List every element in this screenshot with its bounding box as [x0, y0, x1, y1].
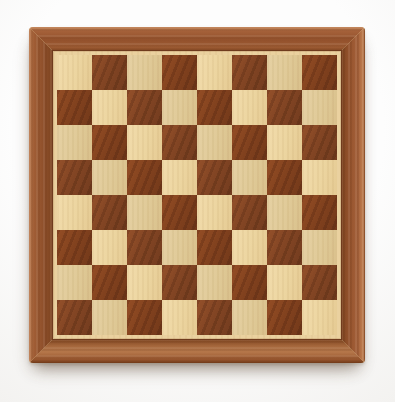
square-c8[interactable] [127, 55, 162, 90]
square-f6[interactable] [232, 125, 267, 160]
square-c2[interactable] [127, 265, 162, 300]
square-f1[interactable] [232, 300, 267, 335]
square-h8[interactable] [302, 55, 337, 90]
square-c5[interactable] [127, 160, 162, 195]
square-d2[interactable] [162, 265, 197, 300]
board-frame-bottom [29, 339, 365, 363]
square-a4[interactable] [57, 195, 92, 230]
board-frame-right [341, 27, 365, 363]
square-b4[interactable] [92, 195, 127, 230]
square-h2[interactable] [302, 265, 337, 300]
square-e7[interactable] [197, 90, 232, 125]
square-f5[interactable] [232, 160, 267, 195]
square-b5[interactable] [92, 160, 127, 195]
board-frame-top [29, 27, 365, 51]
square-f3[interactable] [232, 230, 267, 265]
square-e5[interactable] [197, 160, 232, 195]
square-g5[interactable] [267, 160, 302, 195]
square-a8[interactable] [57, 55, 92, 90]
square-h5[interactable] [302, 160, 337, 195]
square-h3[interactable] [302, 230, 337, 265]
chess-board [29, 27, 365, 363]
square-g6[interactable] [267, 125, 302, 160]
square-d8[interactable] [162, 55, 197, 90]
square-b6[interactable] [92, 125, 127, 160]
square-g8[interactable] [267, 55, 302, 90]
square-h6[interactable] [302, 125, 337, 160]
square-e2[interactable] [197, 265, 232, 300]
square-b1[interactable] [92, 300, 127, 335]
square-e3[interactable] [197, 230, 232, 265]
square-a3[interactable] [57, 230, 92, 265]
square-a7[interactable] [57, 90, 92, 125]
square-d5[interactable] [162, 160, 197, 195]
square-e6[interactable] [197, 125, 232, 160]
square-a1[interactable] [57, 300, 92, 335]
square-c1[interactable] [127, 300, 162, 335]
square-h7[interactable] [302, 90, 337, 125]
square-g7[interactable] [267, 90, 302, 125]
square-h4[interactable] [302, 195, 337, 230]
board-grid [57, 55, 337, 335]
square-c3[interactable] [127, 230, 162, 265]
square-f8[interactable] [232, 55, 267, 90]
square-g1[interactable] [267, 300, 302, 335]
square-b3[interactable] [92, 230, 127, 265]
square-f2[interactable] [232, 265, 267, 300]
square-h1[interactable] [302, 300, 337, 335]
square-b7[interactable] [92, 90, 127, 125]
board-frame-left [29, 27, 53, 363]
square-f4[interactable] [232, 195, 267, 230]
square-g4[interactable] [267, 195, 302, 230]
square-b2[interactable] [92, 265, 127, 300]
square-e8[interactable] [197, 55, 232, 90]
square-g3[interactable] [267, 230, 302, 265]
square-e4[interactable] [197, 195, 232, 230]
square-b8[interactable] [92, 55, 127, 90]
square-d1[interactable] [162, 300, 197, 335]
square-a5[interactable] [57, 160, 92, 195]
square-d7[interactable] [162, 90, 197, 125]
square-f7[interactable] [232, 90, 267, 125]
square-e1[interactable] [197, 300, 232, 335]
square-g2[interactable] [267, 265, 302, 300]
square-c4[interactable] [127, 195, 162, 230]
square-a6[interactable] [57, 125, 92, 160]
square-a2[interactable] [57, 265, 92, 300]
square-c7[interactable] [127, 90, 162, 125]
square-d4[interactable] [162, 195, 197, 230]
square-d6[interactable] [162, 125, 197, 160]
board-inner-margin [53, 51, 341, 339]
square-d3[interactable] [162, 230, 197, 265]
square-c6[interactable] [127, 125, 162, 160]
